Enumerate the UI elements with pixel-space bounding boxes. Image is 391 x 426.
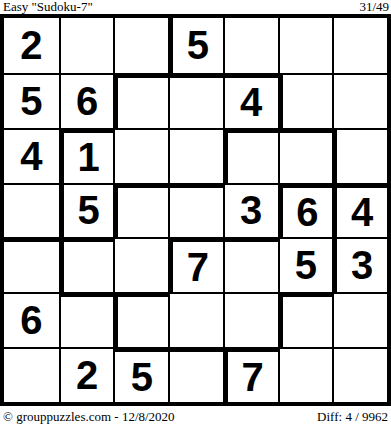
cell-r6c7-empty <box>332 292 387 347</box>
cell-r7c6-empty <box>278 347 333 402</box>
cell-r5c4-given: 7 <box>168 237 223 292</box>
cell-r3c4-empty <box>168 128 223 183</box>
cell-r7c1-empty <box>4 347 59 402</box>
sudoku-board: 255644153647536257 <box>0 14 391 406</box>
cell-r4c6-given: 6 <box>278 183 333 238</box>
cell-r3c3-empty <box>113 128 168 183</box>
cell-r1c4-given: 5 <box>168 18 223 73</box>
cell-r4c3-empty <box>113 183 168 238</box>
header-bar: Easy "Sudoku-7" 31/49 <box>0 0 391 14</box>
cell-r2c2-given: 6 <box>59 73 114 128</box>
cell-r6c6-empty <box>278 292 333 347</box>
cell-r1c1-given: 2 <box>4 18 59 73</box>
cell-r2c5-given: 4 <box>223 73 278 128</box>
cell-r4c5-given: 3 <box>223 183 278 238</box>
cell-r4c7-given: 4 <box>332 183 387 238</box>
cell-r6c2-empty <box>59 292 114 347</box>
footer-bar: © grouppuzzles.com - 12/8/2020 Diff: 4 /… <box>0 409 391 425</box>
cell-r1c6-empty <box>278 18 333 73</box>
copyright-text: © grouppuzzles.com - 12/8/2020 <box>3 409 175 425</box>
cell-r6c1-given: 6 <box>4 292 59 347</box>
cell-r4c4-empty <box>168 183 223 238</box>
cell-r5c6-given: 5 <box>278 237 333 292</box>
cell-r2c7-empty <box>332 73 387 128</box>
cell-r1c7-empty <box>332 18 387 73</box>
cell-r3c6-empty <box>278 128 333 183</box>
cell-r7c4-empty <box>168 347 223 402</box>
cell-r2c3-empty <box>113 73 168 128</box>
cell-r6c4-empty <box>168 292 223 347</box>
cell-r5c5-empty <box>223 237 278 292</box>
cell-r1c5-empty <box>223 18 278 73</box>
cell-r7c2-given: 2 <box>59 347 114 402</box>
cell-r1c2-empty <box>59 18 114 73</box>
cell-r3c2-given: 1 <box>59 128 114 183</box>
cell-r2c6-empty <box>278 73 333 128</box>
cell-r7c5-given: 7 <box>223 347 278 402</box>
cell-r7c7-empty <box>332 347 387 402</box>
cell-r5c3-empty <box>113 237 168 292</box>
cell-r3c7-empty <box>332 128 387 183</box>
cell-r5c1-empty <box>4 237 59 292</box>
cell-r7c3-given: 5 <box>113 347 168 402</box>
cell-r3c1-given: 4 <box>4 128 59 183</box>
cell-r5c2-empty <box>59 237 114 292</box>
cell-r6c5-empty <box>223 292 278 347</box>
difficulty-text: Diff: 4 / 9962 <box>317 409 388 425</box>
cell-r4c2-given: 5 <box>59 183 114 238</box>
cell-r4c1-empty <box>4 183 59 238</box>
cell-r5c7-given: 3 <box>332 237 387 292</box>
cell-r6c3-empty <box>113 292 168 347</box>
empty-cells-counter: 31/49 <box>359 0 389 14</box>
cell-r2c4-empty <box>168 73 223 128</box>
page-title: Easy "Sudoku-7" <box>3 0 93 14</box>
cell-r2c1-given: 5 <box>4 73 59 128</box>
cell-r3c5-empty <box>223 128 278 183</box>
cell-r1c3-empty <box>113 18 168 73</box>
